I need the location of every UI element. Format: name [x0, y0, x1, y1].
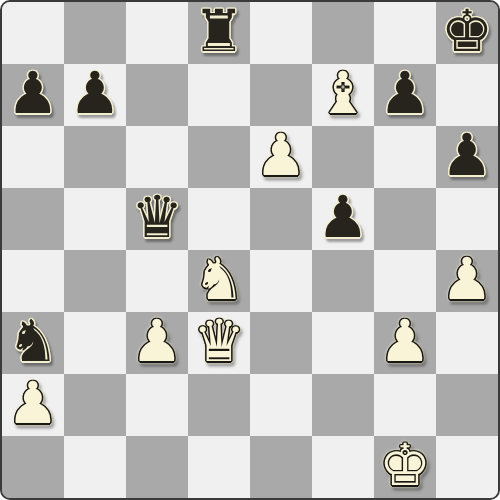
square-h7[interactable] — [436, 64, 498, 126]
piece-black-knight: ♞ — [7, 312, 59, 370]
square-g8[interactable] — [374, 2, 436, 64]
square-d6[interactable] — [188, 126, 250, 188]
square-c3[interactable]: ♟ — [126, 312, 188, 374]
square-c8[interactable] — [126, 2, 188, 64]
square-a7[interactable]: ♟ — [2, 64, 64, 126]
square-c4[interactable] — [126, 250, 188, 312]
piece-white-pawn: ♟ — [7, 374, 59, 432]
square-h5[interactable] — [436, 188, 498, 250]
square-d4[interactable]: ♞ — [188, 250, 250, 312]
piece-black-king: ♚ — [441, 2, 493, 60]
square-g4[interactable] — [374, 250, 436, 312]
piece-white-queen: ♛ — [193, 312, 245, 370]
piece-white-pawn: ♟ — [131, 312, 183, 370]
square-b1[interactable] — [64, 436, 126, 498]
square-a5[interactable] — [2, 188, 64, 250]
square-d7[interactable] — [188, 64, 250, 126]
square-g2[interactable] — [374, 374, 436, 436]
square-f6[interactable] — [312, 126, 374, 188]
square-c6[interactable] — [126, 126, 188, 188]
square-f5[interactable]: ♟ — [312, 188, 374, 250]
square-h8[interactable]: ♚ — [436, 2, 498, 64]
square-e1[interactable] — [250, 436, 312, 498]
square-a3[interactable]: ♞ — [2, 312, 64, 374]
square-b8[interactable] — [64, 2, 126, 64]
square-b7[interactable]: ♟ — [64, 64, 126, 126]
square-d5[interactable] — [188, 188, 250, 250]
square-g5[interactable] — [374, 188, 436, 250]
square-e5[interactable] — [250, 188, 312, 250]
square-e4[interactable] — [250, 250, 312, 312]
square-b3[interactable] — [64, 312, 126, 374]
square-h1[interactable] — [436, 436, 498, 498]
square-f3[interactable] — [312, 312, 374, 374]
square-a1[interactable] — [2, 436, 64, 498]
square-g6[interactable] — [374, 126, 436, 188]
square-b4[interactable] — [64, 250, 126, 312]
piece-white-knight: ♞ — [193, 250, 245, 308]
square-c2[interactable] — [126, 374, 188, 436]
square-b6[interactable] — [64, 126, 126, 188]
square-g1[interactable]: ♚ — [374, 436, 436, 498]
piece-black-pawn: ♟ — [317, 188, 369, 246]
square-a2[interactable]: ♟ — [2, 374, 64, 436]
piece-black-pawn: ♟ — [441, 126, 493, 184]
square-e8[interactable] — [250, 2, 312, 64]
square-e2[interactable] — [250, 374, 312, 436]
square-c1[interactable] — [126, 436, 188, 498]
square-g7[interactable]: ♟ — [374, 64, 436, 126]
square-f8[interactable] — [312, 2, 374, 64]
piece-black-pawn: ♟ — [379, 64, 431, 122]
square-h3[interactable] — [436, 312, 498, 374]
square-d3[interactable]: ♛ — [188, 312, 250, 374]
piece-white-king: ♚ — [379, 436, 431, 494]
square-e3[interactable] — [250, 312, 312, 374]
square-d8[interactable]: ♜ — [188, 2, 250, 64]
square-a4[interactable] — [2, 250, 64, 312]
square-a8[interactable] — [2, 2, 64, 64]
piece-white-pawn: ♟ — [379, 312, 431, 370]
chess-board: ♜♚♟♟♝♟♟♟♛♟♞♟♞♟♛♟♟♚ — [0, 0, 500, 500]
square-f1[interactable] — [312, 436, 374, 498]
square-c7[interactable] — [126, 64, 188, 126]
square-c5[interactable]: ♛ — [126, 188, 188, 250]
piece-white-bishop: ♝ — [317, 64, 369, 122]
square-f2[interactable] — [312, 374, 374, 436]
square-h4[interactable]: ♟ — [436, 250, 498, 312]
square-e6[interactable]: ♟ — [250, 126, 312, 188]
square-b5[interactable] — [64, 188, 126, 250]
square-d1[interactable] — [188, 436, 250, 498]
piece-black-rook: ♜ — [193, 2, 245, 60]
piece-black-pawn: ♟ — [7, 64, 59, 122]
square-h2[interactable] — [436, 374, 498, 436]
square-d2[interactable] — [188, 374, 250, 436]
square-f7[interactable]: ♝ — [312, 64, 374, 126]
square-f4[interactable] — [312, 250, 374, 312]
piece-white-pawn: ♟ — [441, 250, 493, 308]
square-e7[interactable] — [250, 64, 312, 126]
square-h6[interactable]: ♟ — [436, 126, 498, 188]
square-g3[interactable]: ♟ — [374, 312, 436, 374]
square-b2[interactable] — [64, 374, 126, 436]
square-a6[interactable] — [2, 126, 64, 188]
piece-black-pawn: ♟ — [69, 64, 121, 122]
piece-white-pawn: ♟ — [255, 126, 307, 184]
piece-black-queen: ♛ — [131, 188, 183, 246]
